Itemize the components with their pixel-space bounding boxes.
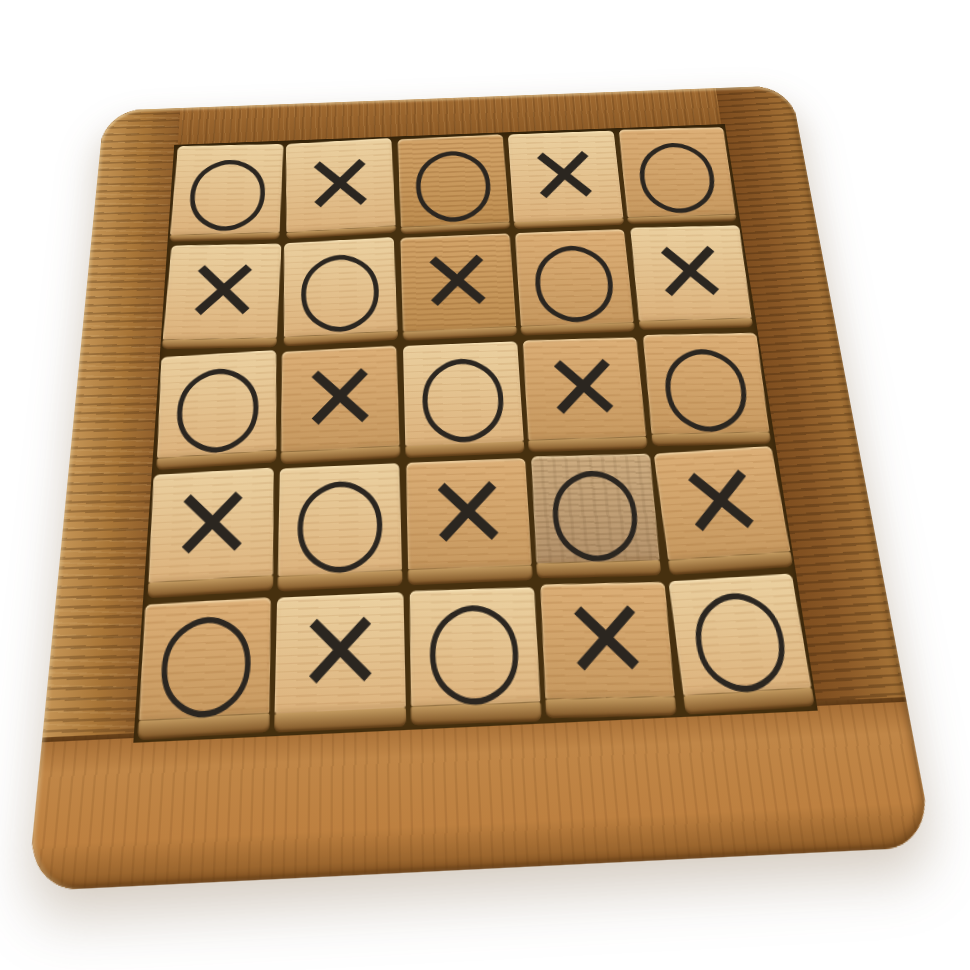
cell-r5c4[interactable]: ✕ bbox=[540, 581, 677, 718]
x-piece-icon: ✕ bbox=[647, 230, 734, 316]
o-piece-icon: ◯ bbox=[297, 247, 384, 327]
x-piece-icon: ✕ bbox=[672, 450, 772, 556]
tile-face: ✕ bbox=[286, 138, 396, 233]
o-piece-icon: ◯ bbox=[424, 596, 525, 696]
tile-face: ◯ bbox=[139, 597, 272, 721]
o-piece-icon: ◯ bbox=[293, 473, 388, 567]
cell-r2c3[interactable]: ✕ bbox=[400, 233, 517, 341]
cell-r2c1[interactable]: ✕ bbox=[162, 244, 282, 350]
tile-front-edge bbox=[639, 319, 754, 331]
tile-face: ◯ bbox=[618, 127, 736, 218]
tile-front-edge bbox=[408, 566, 533, 586]
tile-face: ✕ bbox=[653, 446, 791, 561]
o-piece-icon: ◯ bbox=[410, 144, 496, 217]
tile-face: ◯ bbox=[668, 573, 812, 696]
o-piece-icon: ◯ bbox=[657, 342, 755, 424]
cell-r5c3[interactable]: ◯ bbox=[409, 587, 542, 726]
cell-r2c4[interactable]: ◯ bbox=[515, 230, 635, 337]
cell-r4c1[interactable]: ✕ bbox=[148, 468, 275, 599]
tile-face: ◯ bbox=[403, 341, 524, 446]
cell-r3c2[interactable]: ✕ bbox=[281, 345, 401, 464]
tile-face: ✕ bbox=[540, 581, 675, 699]
cell-r4c4[interactable]: ◯ bbox=[531, 454, 662, 579]
cell-r3c4[interactable]: ✕ bbox=[523, 337, 648, 452]
tile-face: ✕ bbox=[523, 337, 647, 441]
tile-grid: ◯✕◯✕◯✕◯✕◯✕◯✕◯✕◯✕◯✕◯✕◯✕◯✕◯ bbox=[133, 124, 817, 743]
product-photo-scene: ◯✕◯✕◯✕◯✕◯✕◯✕◯✕◯✕◯✕◯✕◯✕◯✕◯ bbox=[0, 0, 970, 970]
cell-r4c2[interactable]: ◯ bbox=[278, 463, 403, 592]
cell-r5c5[interactable]: ◯ bbox=[668, 573, 815, 715]
tile-face: ◯ bbox=[397, 134, 510, 228]
tile-face: ✕ bbox=[406, 458, 532, 570]
x-piece-icon: ✕ bbox=[303, 144, 380, 227]
cell-r4c5[interactable]: ✕ bbox=[653, 446, 793, 576]
tile-face: ✕ bbox=[630, 226, 752, 322]
cell-r2c5[interactable]: ✕ bbox=[630, 226, 753, 331]
cell-r1c5[interactable]: ◯ bbox=[618, 127, 737, 224]
x-piece-icon: ✕ bbox=[168, 472, 256, 579]
game-board: ◯✕◯✕◯✕◯✕◯✕◯✕◯✕◯✕◯✕◯✕◯✕◯✕◯ bbox=[27, 85, 934, 891]
x-piece-icon: ✕ bbox=[300, 350, 383, 447]
cell-r3c3[interactable]: ◯ bbox=[403, 341, 525, 458]
cell-r5c1[interactable]: ◯ bbox=[138, 597, 272, 740]
tile-front-edge bbox=[546, 697, 678, 719]
x-piece-icon: ✕ bbox=[541, 341, 629, 436]
tile-face: ◯ bbox=[515, 230, 634, 328]
o-piece-icon: ◯ bbox=[155, 607, 257, 711]
tile-face: ◯ bbox=[531, 454, 660, 564]
tile-face: ◯ bbox=[409, 587, 541, 707]
o-piece-icon: ◯ bbox=[546, 463, 645, 554]
tile-face: ◯ bbox=[642, 333, 769, 435]
board-well: ◯✕◯✕◯✕◯✕◯✕◯✕◯✕◯✕◯✕◯✕◯✕◯✕◯ bbox=[133, 124, 817, 743]
tile-front-edge bbox=[528, 437, 648, 452]
cell-r2c2[interactable]: ◯ bbox=[284, 237, 399, 347]
tile-face: ✕ bbox=[148, 468, 274, 584]
tile-face: ◯ bbox=[170, 144, 284, 235]
o-piece-icon: ◯ bbox=[684, 583, 795, 685]
cell-r3c5[interactable]: ◯ bbox=[642, 333, 771, 447]
x-piece-icon: ✕ bbox=[524, 136, 605, 217]
tile-face: ◯ bbox=[284, 237, 398, 338]
cell-r1c2[interactable]: ✕ bbox=[286, 138, 397, 240]
tile-front-edge bbox=[411, 702, 542, 725]
tile-face: ✕ bbox=[275, 592, 406, 714]
tile-front-edge bbox=[651, 432, 771, 446]
tile-face: ✕ bbox=[400, 233, 517, 332]
cell-r1c1[interactable]: ◯ bbox=[169, 144, 284, 242]
cell-r4c3[interactable]: ✕ bbox=[406, 458, 533, 585]
cell-r3c1[interactable]: ◯ bbox=[156, 350, 276, 471]
o-piece-icon: ◯ bbox=[417, 351, 510, 436]
cell-r1c4[interactable]: ✕ bbox=[508, 131, 624, 230]
cell-r5c2[interactable]: ✕ bbox=[275, 592, 407, 733]
x-piece-icon: ✕ bbox=[424, 462, 513, 566]
x-piece-icon: ✕ bbox=[560, 584, 656, 696]
tile-face: ✕ bbox=[508, 131, 623, 223]
tile-face: ✕ bbox=[281, 345, 400, 452]
x-piece-icon: ✕ bbox=[295, 595, 386, 710]
cell-r1c3[interactable]: ◯ bbox=[397, 134, 510, 234]
o-piece-icon: ◯ bbox=[632, 137, 722, 208]
o-piece-icon: ◯ bbox=[172, 360, 264, 447]
x-piece-icon: ✕ bbox=[181, 249, 265, 336]
o-piece-icon: ◯ bbox=[529, 239, 620, 316]
tile-face: ◯ bbox=[278, 463, 403, 577]
tile-face: ◯ bbox=[157, 350, 277, 459]
tile-front-edge bbox=[162, 339, 277, 350]
x-piece-icon: ✕ bbox=[417, 239, 499, 328]
tile-face: ✕ bbox=[163, 244, 282, 341]
o-piece-icon: ◯ bbox=[184, 154, 271, 225]
